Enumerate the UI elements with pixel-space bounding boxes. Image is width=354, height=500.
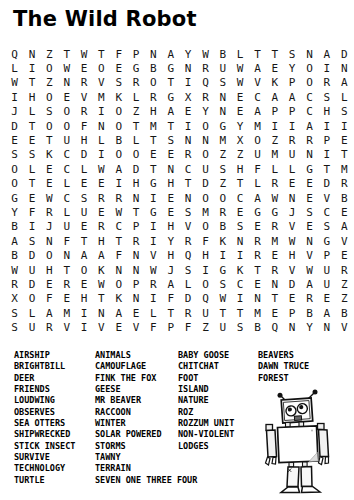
grid-cell: R [110,191,127,205]
grid-cell: S [284,47,301,61]
grid-cell: E [41,162,58,176]
grid-cell: N [162,162,179,176]
grid-cell: N [41,234,58,248]
grid-cell: R [145,277,162,291]
grid-cell: V [145,248,162,262]
grid-cell: O [301,76,318,90]
grid-cell: J [6,105,23,119]
grid-cell: B [301,306,318,320]
word-list-item: FRIENDS [14,384,75,395]
grid-cell: O [6,162,23,176]
grid-cell: P [127,47,144,61]
grid-cell: O [301,61,318,75]
grid-cell: W [197,47,214,61]
grid-cell: C [58,191,75,205]
grid-cell: I [75,320,92,334]
grid-cell: O [214,191,231,205]
grid-cell: Z [214,177,231,191]
grid-cell: Y [301,320,318,334]
grid-cell: M [336,162,353,176]
grid-cell: N [58,76,75,90]
grid-cell: E [162,205,179,219]
grid-cell: V [58,320,75,334]
grid-cell: Q [197,292,214,306]
grid-cell: Q [197,76,214,90]
grid-cell: N [301,47,318,61]
grid-cell: W [145,263,162,277]
grid-cell: S [179,263,196,277]
grid-cell: H [93,234,110,248]
grid-cell: T [336,148,353,162]
grid-cell: I [266,119,283,133]
grid-cell: K [110,292,127,306]
grid-cell: R [266,177,283,191]
grid-cell: C [58,162,75,176]
grid-cell: A [41,306,58,320]
word-list-column-3: BABY GOOSECHITCHATFOOTISLANDNATUREROZROZ… [178,350,234,452]
grid-cell: T [127,205,144,219]
grid-cell: W [231,76,248,90]
grid-cell: O [197,277,214,291]
grid-cell: G [214,119,231,133]
grid-cell: I [214,248,231,262]
grid-cell: B [336,191,353,205]
grid-cell: E [75,220,92,234]
grid-cell: P [318,133,335,147]
grid-cell: K [231,263,248,277]
grid-cell: R [214,205,231,219]
grid-cell: U [75,205,92,219]
robot-illustration [256,383,332,497]
grid-cell: T [58,47,75,61]
grid-cell: U [318,263,335,277]
grid-cell: I [6,90,23,104]
grid-cell: R [75,105,92,119]
grid-cell: T [162,119,179,133]
word-list-item: SHIPWRECKED [14,429,75,440]
grid-cell: R [127,234,144,248]
grid-cell: A [75,248,92,262]
word-list-item: TERRAIN [95,463,197,474]
grid-cell: R [336,263,353,277]
grid-cell: T [179,177,196,191]
grid-cell: R [266,220,283,234]
grid-cell: E [231,105,248,119]
grid-cell: R [179,306,196,320]
grid-cell: N [179,61,196,75]
grid-cell: O [110,105,127,119]
grid-cell: T [249,263,266,277]
word-list-item: LODGES [178,441,234,452]
grid-cell: T [145,133,162,147]
grid-cell: T [93,292,110,306]
grid-cell: E [266,306,283,320]
grid-cell: R [41,320,58,334]
grid-cell: R [93,191,110,205]
grid-cell: I [336,119,353,133]
grid-cell: R [197,90,214,104]
grid-cell: V [301,248,318,262]
grid-cell: O [58,105,75,119]
grid-cell: T [41,133,58,147]
grid-cell: N [179,133,196,147]
grid-cell: X [231,133,248,147]
grid-cell: T [318,162,335,176]
grid-cell: C [301,105,318,119]
grid-cell: T [23,177,40,191]
grid-cell: N [214,105,231,119]
grid-cell: F [249,162,266,176]
word-list-item: TAWNY [95,452,197,463]
word-list-item: NATURE [178,395,234,406]
grid-cell: B [6,220,23,234]
grid-cell: C [179,162,196,176]
grid-cell: L [249,177,266,191]
grid-cell: S [231,320,248,334]
grid-cell: S [231,220,248,234]
grid-cell: I [75,306,92,320]
grid-cell: I [145,220,162,234]
grid-cell: G [145,177,162,191]
grid-cell: S [6,306,23,320]
grid-cell: O [249,133,266,147]
grid-cell: I [318,61,335,75]
word-list-item: NON-VIOLENT [178,429,234,440]
grid-cell: T [110,234,127,248]
page-title: The Wild Robot [13,7,197,31]
grid-cell: E [145,148,162,162]
grid-cell: A [284,90,301,104]
grid-cell: H [127,177,144,191]
word-list-item: DAWN TRUCE [258,361,309,372]
grid-cell: B [145,61,162,75]
grid-cell: Z [197,320,214,334]
grid-cell: N [179,191,196,205]
grid-cell: U [197,162,214,176]
grid-cell: U [58,133,75,147]
grid-cell: C [301,90,318,104]
grid-cell: L [231,47,248,61]
grid-cell: T [266,47,283,61]
grid-cell: G [145,205,162,219]
grid-cell: E [301,191,318,205]
grid-cell: L [179,277,196,291]
grid-cell: B [110,133,127,147]
grid-cell: N [110,263,127,277]
grid-cell: F [179,320,196,334]
grid-cell: P [284,306,301,320]
grid-cell: Q [179,248,196,262]
grid-cell: L [93,133,110,147]
grid-cell: N [249,292,266,306]
grid-cell: F [162,292,179,306]
grid-cell: E [301,220,318,234]
grid-cell: M [214,133,231,147]
grid-cell: N [197,133,214,147]
grid-cell: A [249,105,266,119]
grid-cell: D [197,177,214,191]
grid-cell: D [318,177,335,191]
grid-cell: E [231,205,248,219]
grid-cell: E [318,292,335,306]
grid-cell: C [58,148,75,162]
grid-cell: I [284,119,301,133]
grid-cell: S [23,234,40,248]
grid-cell: F [41,292,58,306]
grid-cell: N [23,47,40,61]
grid-cell: V [93,76,110,90]
grid-cell: I [179,119,196,133]
word-list-item: DEER [14,373,75,384]
grid-cell: A [336,76,353,90]
grid-cell: I [318,119,335,133]
grid-cell: T [75,234,92,248]
grid-cell: W [58,61,75,75]
grid-cell: Y [6,205,23,219]
grid-cell: N [127,292,144,306]
grid-cell: S [23,148,40,162]
grid-cell: E [93,177,110,191]
grid-cell: F [110,47,127,61]
grid-cell: Y [197,105,214,119]
grid-cell: D [75,148,92,162]
grid-cell: E [6,133,23,147]
grid-cell: R [301,292,318,306]
word-list-item: BEAVERS [258,350,309,361]
grid-cell: N [266,277,283,291]
grid-cell: A [93,248,110,262]
grid-cell: U [214,61,231,75]
grid-cell: T [145,162,162,176]
grid-cell: H [162,248,179,262]
grid-cell: I [145,191,162,205]
grid-cell: M [197,205,214,219]
grid-cell: O [41,248,58,262]
grid-cell: L [127,90,144,104]
grid-cell: E [284,292,301,306]
grid-cell: A [249,191,266,205]
grid-cell: Y [162,234,179,248]
grid-cell: P [162,320,179,334]
grid-cell: H [162,177,179,191]
grid-cell: Z [41,76,58,90]
grid-cell: E [110,320,127,334]
grid-cell: O [110,277,127,291]
grid-cell: A [110,306,127,320]
grid-cell: V [179,220,196,234]
grid-cell: N [93,306,110,320]
grid-cell: Z [336,277,353,291]
grid-cell: Y [284,61,301,75]
grid-cell: L [23,306,40,320]
grid-cell: A [162,277,179,291]
grid-cell: P [284,76,301,90]
grid-cell: S [214,76,231,90]
grid-cell: W [266,191,283,205]
grid-cell: N [127,191,144,205]
grid-cell: B [6,248,23,262]
grid-cell: H [41,263,58,277]
grid-cell: O [197,220,214,234]
grid-cell: W [93,162,110,176]
grid-cell: E [301,177,318,191]
grid-cell: E [93,205,110,219]
grid-cell: G [127,61,144,75]
grid-cell: E [249,220,266,234]
grid-cell: P [266,105,283,119]
grid-cell: L [336,90,353,104]
grid-cell: H [75,133,92,147]
grid-cell: O [110,119,127,133]
grid-cell: X [6,292,23,306]
grid-cell: F [23,205,40,219]
grid-cell: F [197,234,214,248]
grid-cell: R [318,76,335,90]
grid-cell: O [41,90,58,104]
grid-cell: V [336,234,353,248]
word-list-item: AIRSHIP [14,350,75,361]
grid-cell: H [75,292,92,306]
grid-cell: N [301,234,318,248]
grid-cell: T [249,47,266,61]
grid-cell: E [336,248,353,262]
grid-cell: N [284,191,301,205]
grid-cell: E [266,248,283,262]
grid-cell: L [23,105,40,119]
grid-cell: E [23,133,40,147]
grid-cell: O [197,191,214,205]
word-list-item: CHITCHAT [178,361,234,372]
grid-cell: V [75,90,92,104]
grid-cell: K [266,76,283,90]
word-list-item: FOOT [178,373,234,384]
grid-cell: B [336,306,353,320]
grid-cell: T [214,306,231,320]
grid-cell: O [75,263,92,277]
grid-cell: V [93,320,110,334]
grid-cell: W [6,263,23,277]
grid-cell: L [58,177,75,191]
grid-cell: T [23,119,40,133]
grid-cell: T [162,306,179,320]
grid-cell: H [231,162,248,176]
grid-cell: W [93,277,110,291]
grid-cell: B [214,47,231,61]
grid-cell: A [301,119,318,133]
grid-cell: H [145,105,162,119]
grid-cell: T [266,292,283,306]
grid-cell: O [110,148,127,162]
grid-cell: J [162,263,179,277]
grid-cell: D [23,277,40,291]
grid-cell: N [93,119,110,133]
grid-cell: W [284,234,301,248]
grid-cell: E [231,90,248,104]
grid-cell: D [336,47,353,61]
grid-cell: Z [127,105,144,119]
grid-cell: N [231,234,248,248]
grid-cell: I [231,248,248,262]
grid-cell: V [318,191,335,205]
grid-cell: N [127,248,144,262]
grid-cell: J [41,220,58,234]
grid-cell: F [58,234,75,248]
grid-cell: R [58,277,75,291]
grid-cell: H [23,90,40,104]
grid-cell: G [266,205,283,219]
grid-cell: I [145,292,162,306]
grid-cell: K [214,234,231,248]
grid-cell: G [301,162,318,176]
grid-cell: R [179,234,196,248]
grid-cell: G [318,234,335,248]
grid-cell: E [336,133,353,147]
grid-cell: E [58,292,75,306]
grid-cell: A [336,220,353,234]
word-list-item: BABY GOOSE [178,350,234,361]
grid-cell: S [75,191,92,205]
grid-cell: R [336,177,353,191]
grid-cell: F [145,320,162,334]
grid-cell: O [6,177,23,191]
grid-cell: O [23,292,40,306]
grid-cell: T [93,47,110,61]
grid-cell: E [23,191,40,205]
grid-cell: M [249,306,266,320]
grid-cell: V [284,263,301,277]
grid-cell: M [266,234,283,248]
grid-cell: P [127,277,144,291]
grid-cell: A [249,61,266,75]
word-list-column-1: AIRSHIPBRIGHTBILLDEERFRIENDSLOUDWINGOBSE… [14,350,75,486]
grid-cell: R [145,90,162,104]
grid-cell: R [249,234,266,248]
grid-cell: S [41,105,58,119]
grid-cell: V [336,320,353,334]
grid-cell: U [214,320,231,334]
word-list-column-4: BEAVERSDAWN TRUCEFOREST [258,350,309,384]
grid-cell: K [110,90,127,104]
grid-cell: I [23,220,40,234]
grid-cell: E [284,177,301,191]
grid-cell: R [249,248,266,262]
grid-cell: F [110,248,127,262]
grid-cell: T [231,306,248,320]
grid-cell: Q [266,320,283,334]
word-list-item: LOUDWING [14,395,75,406]
grid-cell: W [110,205,127,219]
grid-cell: O [58,119,75,133]
grid-cell: E [41,177,58,191]
grid-cell: L [127,133,144,147]
word-search-grid: QNZTWTFPNAYWBLTTSNADLIOWEOEGBGNRUWAEYOIN… [6,47,353,335]
grid-cell: Y [179,47,196,61]
grid-cell: B [249,320,266,334]
grid-cell: Q [6,47,23,61]
word-list-item: ROZZUM UNIT [178,418,234,429]
grid-cell: N [284,320,301,334]
grid-cell: X [179,90,196,104]
grid-cell: E [110,61,127,75]
grid-cell: P [284,105,301,119]
grid-cell: S [301,205,318,219]
grid-cell: C [110,220,127,234]
word-list-item: SURVIVE [14,452,75,463]
grid-cell: M [93,90,110,104]
grid-cell: I [93,105,110,119]
grid-cell: O [127,148,144,162]
grid-cell: N [336,61,353,75]
